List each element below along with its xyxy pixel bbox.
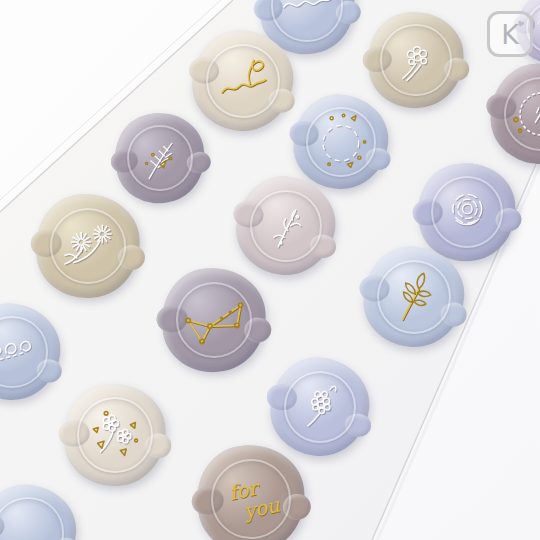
embossed-botanical-branch-motif [252,192,321,261]
embossed-flowers-gold-flakes-motif [79,399,150,470]
wax-seal-stamp-mauve [491,64,540,164]
gold-script-for-you-motif: foryouforyou [213,461,289,537]
embossed-hydrangea-motif [286,373,355,442]
embossed-script-loops-motif [0,318,46,385]
wax-seal-plain-blue-bottom [0,485,76,540]
wax-seal-gold-flourish-ivory [193,31,293,131]
wax-seal-bouquet-beige [368,12,464,108]
embossed-flower-bouquet-motif [382,26,449,93]
wax-seal-gold-flake-ivory [64,384,166,486]
wax-seal-hydrangea-blue [271,358,369,456]
wax-seal-branch-pink [237,177,335,275]
embossed-feather-gold-flecks-motif [129,127,192,190]
product-photo: foryouforyou K ♥ [0,0,540,540]
wax-seal-confetti-wreath-blue [294,95,388,189]
wax-seal-for-you-taupe: foryouforyou [197,445,305,540]
wax-seal-constellation-mauve [162,268,266,372]
heart-icon: ♥ [516,19,526,30]
embossed-wreath-gold-confetti-motif [308,109,374,175]
embossed-rose-medallion-motif [433,178,502,247]
wax-seal-daisies-champagne [36,194,140,298]
wax-seal-gold-branch-blue [364,247,464,347]
brand-watermark-badge: K ♥ [487,11,533,57]
wax-seal-loops-blue-left [0,304,60,400]
gold-constellation-motif [178,284,251,357]
gold-leaf-branch-motif [379,262,449,332]
plain-motif [0,499,62,540]
embossed-circular-stamp-motif [506,79,540,149]
gold-script-flourish-motif [208,46,278,116]
embossed-daisies-motif [52,210,125,283]
wax-seal-feather-mauve [115,113,205,203]
